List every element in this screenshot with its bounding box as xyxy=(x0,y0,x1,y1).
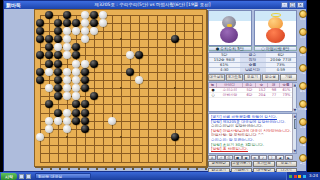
option-button[interactable]: 계가요청 xyxy=(226,74,243,81)
white-stone[interactable] xyxy=(108,117,116,125)
black-stone[interactable] xyxy=(171,35,179,43)
black-stat-value: 4:30 xyxy=(209,68,240,72)
side-toolbar-item[interactable]: 아이템 xyxy=(298,100,307,111)
side-toolbar-label: 도움 xyxy=(300,144,306,147)
stat-label: 승률 xyxy=(240,63,266,67)
list-cell: 98 xyxy=(268,88,280,92)
grid-line xyxy=(139,15,140,162)
black-stone[interactable] xyxy=(171,133,179,141)
side-toolbar-item[interactable]: 종료 xyxy=(299,154,307,165)
side-toolbar-label: 대국 xyxy=(300,36,306,39)
action-button[interactable]: 계가요청 xyxy=(253,161,275,167)
grid-line xyxy=(130,15,131,162)
black-stone[interactable] xyxy=(63,19,71,27)
star-point xyxy=(174,87,176,89)
action-button[interactable]: 수넣어보기 xyxy=(231,161,253,167)
window-titlebar[interactable]: 新바둑 제3205호 : 수리수리(5단) vs 마법사랑(6단) [19줄 호… xyxy=(4,1,306,9)
black-stone[interactable] xyxy=(36,68,44,76)
tray-icon-green[interactable] xyxy=(289,175,292,178)
list-cell: ● xyxy=(209,88,217,92)
baduk-client-window: 新바둑 제3205호 : 수리수리(5단) vs 마법사랑(6단) [19줄 호… xyxy=(3,0,307,172)
side-toolbar-label: 관전 xyxy=(300,54,306,57)
action-button[interactable]: 무르기 xyxy=(276,161,298,167)
white-stone[interactable] xyxy=(45,117,53,125)
black-stone[interactable] xyxy=(45,100,53,108)
chat-tool-icon[interactable]: ◀ xyxy=(276,155,284,160)
black-stone[interactable] xyxy=(54,92,62,100)
round-menu-icon[interactable] xyxy=(299,64,307,72)
white-stone[interactable] xyxy=(99,19,107,27)
round-menu-icon[interactable] xyxy=(299,154,307,162)
stat-label: 급수 xyxy=(240,53,266,57)
star-point xyxy=(120,38,122,40)
black-stone[interactable] xyxy=(45,35,53,43)
white-stone[interactable] xyxy=(36,133,44,141)
player-stats-table: 5단급수6단152승 98패전적204승 77패61%승률73%4:30남은시간… xyxy=(208,52,297,73)
side-toolbar-item[interactable]: 도움 xyxy=(299,136,307,147)
white-player-name: ○ 마법사랑 6단 xyxy=(254,46,298,51)
white-stone[interactable] xyxy=(45,84,53,92)
player-list-row[interactable]: ○마법사랑6단2047773% xyxy=(209,93,296,98)
windows-taskbar: 시작 新바둑 대국실 3:24 xyxy=(0,172,320,180)
black-stat-value: 61% xyxy=(209,63,240,67)
list-cell: 204 xyxy=(256,93,268,97)
stat-label: 전적 xyxy=(240,58,266,62)
white-stone[interactable] xyxy=(72,60,80,68)
chat-tool-icon[interactable]: ▣ xyxy=(242,155,250,160)
chat-tool-icon[interactable]: ▶ xyxy=(285,155,293,160)
black-stone[interactable] xyxy=(81,125,89,133)
black-stone[interactable] xyxy=(72,100,80,108)
side-toolbar-label: 기보 xyxy=(300,72,306,75)
taskbar-clock: 3:24 xyxy=(309,172,318,180)
side-toolbar-label: 설정 xyxy=(300,126,306,129)
white-stone[interactable] xyxy=(63,27,71,35)
black-stone[interactable] xyxy=(54,84,62,92)
black-stone[interactable] xyxy=(54,60,62,68)
chat-scrollbar[interactable]: ▲ ▼ xyxy=(292,114,296,153)
black-stone[interactable] xyxy=(54,68,62,76)
white-stat-value: 204승 77패 xyxy=(266,58,297,62)
quicklaunch-icon[interactable] xyxy=(19,174,24,179)
chat-message: [알림] 흑 차례입니다. xyxy=(211,147,291,152)
round-menu-icon[interactable] xyxy=(299,100,307,108)
black-player-name: ● 수리수리 5단 xyxy=(208,46,252,51)
grid-line xyxy=(166,15,167,162)
stat-label: 남은시간 xyxy=(240,68,266,72)
stat-row: 4:30남은시간4:59 xyxy=(209,68,296,73)
side-toolbar-label: 전체 xyxy=(300,18,306,21)
black-stone[interactable] xyxy=(54,51,62,59)
chat-tool-icon[interactable]: 가 xyxy=(217,155,225,160)
side-toolbar-label: 랭킹 xyxy=(300,90,306,93)
black-stone-icon: ● xyxy=(216,47,220,51)
white-stone[interactable] xyxy=(45,68,53,76)
side-toolbar-item[interactable]: 전체 xyxy=(299,10,307,21)
list-cell: 152 xyxy=(256,88,268,92)
white-avatar-character-body xyxy=(266,28,285,43)
black-stone[interactable] xyxy=(36,76,44,84)
white-stone[interactable] xyxy=(54,117,62,125)
black-stone[interactable] xyxy=(54,35,62,43)
white-stone[interactable] xyxy=(72,92,80,100)
chat-tool-icon[interactable]: ♪ xyxy=(259,155,267,160)
black-player-avatar xyxy=(208,10,252,46)
star-point xyxy=(120,136,122,138)
grid-line xyxy=(40,162,202,163)
round-menu-icon[interactable] xyxy=(299,136,307,144)
white-stone[interactable] xyxy=(81,11,89,19)
side-toolbar-item[interactable]: 기보 xyxy=(299,64,307,75)
black-stone[interactable] xyxy=(72,109,80,117)
black-stone[interactable] xyxy=(54,19,62,27)
grid-line xyxy=(157,15,158,162)
tray-icon-blue[interactable] xyxy=(303,175,306,178)
game-option-buttons: 대국설정계가요청무르기한수쉼기권 xyxy=(208,74,297,81)
chat-tool-icon[interactable]: ■ xyxy=(234,155,242,160)
white-stone[interactable] xyxy=(63,125,71,133)
white-stat-value: 6단 xyxy=(266,53,297,57)
black-stone[interactable] xyxy=(90,11,98,19)
white-stat-value: 73% xyxy=(266,63,297,67)
white-stone[interactable] xyxy=(63,84,71,92)
system-tray: 3:24 xyxy=(286,172,320,180)
white-stone[interactable] xyxy=(63,68,71,76)
list-cell: 5단 xyxy=(243,88,256,92)
desktop-screen: 新바둑 제3205호 : 수리수리(5단) vs 마법사랑(6단) [19줄 호… xyxy=(0,0,320,180)
black-stone[interactable] xyxy=(54,109,62,117)
list-cell: ○ xyxy=(209,93,217,97)
player-list-table: 돌아이디급수승패승률 ●수리수리5단1529861%○마법사랑6단2047773… xyxy=(208,82,297,112)
black-stone[interactable] xyxy=(45,60,53,68)
black-stone[interactable] xyxy=(90,60,98,68)
white-stone[interactable] xyxy=(63,35,71,43)
black-stone[interactable] xyxy=(90,92,98,100)
chat-lines: [공지] 바른 바둑문화를 만들어 갑시다.[알림] 제3205호 대국실에 입… xyxy=(211,115,291,152)
action-button[interactable]: 형세판단 xyxy=(208,161,230,167)
white-stone[interactable] xyxy=(81,60,89,68)
side-icon-toolbar: 전체대국관전기보랭킹아이템설정도움종료 xyxy=(297,10,308,165)
white-stone[interactable] xyxy=(90,27,98,35)
black-avatar-character-body xyxy=(220,27,238,43)
list-header-cell: 승 xyxy=(256,83,268,87)
list-cell: 77 xyxy=(268,93,280,97)
maximize-button[interactable]: □ xyxy=(289,2,296,8)
black-stone[interactable] xyxy=(81,68,89,76)
black-stone[interactable] xyxy=(54,76,62,84)
white-stone[interactable] xyxy=(72,84,80,92)
option-button[interactable]: 기권 xyxy=(280,74,297,81)
white-stone[interactable] xyxy=(63,76,71,84)
grid-line xyxy=(202,15,203,162)
round-menu-icon[interactable] xyxy=(299,10,307,18)
white-stone[interactable] xyxy=(63,51,71,59)
chat-tool-icon[interactable]: ? xyxy=(268,155,276,160)
white-stone[interactable] xyxy=(81,19,89,27)
black-stone[interactable] xyxy=(72,19,80,27)
round-menu-icon[interactable] xyxy=(299,46,307,54)
side-toolbar-item[interactable]: 랭킹 xyxy=(299,82,307,93)
black-stone[interactable] xyxy=(81,100,89,108)
white-stone[interactable] xyxy=(72,27,80,35)
player-avatars xyxy=(208,10,297,46)
white-player-avatar xyxy=(254,10,298,46)
chat-format-toolbar: A가☺■▣✉♪?◀▶ xyxy=(208,155,297,160)
taskbar-task-button[interactable]: 新바둑 대국실 xyxy=(35,173,91,179)
grid-line xyxy=(40,145,202,146)
black-stone[interactable] xyxy=(54,27,62,35)
star-point xyxy=(66,136,68,138)
black-stone[interactable] xyxy=(126,68,134,76)
black-stone[interactable] xyxy=(72,117,80,125)
list-cell: 수리수리 xyxy=(217,88,243,92)
black-stone[interactable] xyxy=(36,19,44,27)
grid-line xyxy=(184,15,185,162)
grid-line xyxy=(40,153,202,154)
side-toolbar-item[interactable]: 관전 xyxy=(299,46,307,57)
black-stone[interactable] xyxy=(72,51,80,59)
quicklaunch-icon[interactable] xyxy=(26,174,31,179)
black-stone[interactable] xyxy=(45,43,53,51)
white-stone[interactable] xyxy=(63,92,71,100)
white-stone[interactable] xyxy=(63,43,71,51)
chat-tool-icon[interactable]: ☺ xyxy=(225,155,233,160)
black-stone[interactable] xyxy=(90,19,98,27)
chat-tool-icon[interactable]: ✉ xyxy=(251,155,259,160)
black-stone[interactable] xyxy=(45,11,53,19)
chat-message-area[interactable]: [공지] 바른 바둑문화를 만들어 갑시다.[알림] 제3205호 대국실에 입… xyxy=(208,113,297,154)
black-stone[interactable] xyxy=(63,11,71,19)
go-board[interactable] xyxy=(34,9,207,167)
board-coordinate-ticks xyxy=(34,168,207,170)
white-stone[interactable] xyxy=(135,76,143,84)
app-title: 新바둑 xyxy=(6,1,21,9)
list-header-cell: 아이디 xyxy=(217,83,243,87)
option-button[interactable]: 무르기 xyxy=(244,74,261,81)
white-stone[interactable] xyxy=(72,76,80,84)
round-menu-icon[interactable] xyxy=(299,118,307,126)
black-stone[interactable] xyxy=(135,51,143,59)
side-toolbar-label: 아이템 xyxy=(298,108,307,111)
black-avatar-character-beak xyxy=(227,24,232,27)
white-stone[interactable] xyxy=(54,43,62,51)
game-side-panel: ● 수리수리 5단 ○ 마법사랑 6단 5단급수6단152승 98패전적204승… xyxy=(208,10,297,171)
white-stat-value: 4:59 xyxy=(266,68,297,72)
black-stone[interactable] xyxy=(81,117,89,125)
option-button[interactable]: 대국설정 xyxy=(208,74,225,81)
round-menu-icon[interactable] xyxy=(299,28,307,36)
white-stone[interactable] xyxy=(63,109,71,117)
option-button[interactable]: 한수쉼 xyxy=(262,74,279,81)
list-cell: 마법사랑 xyxy=(217,93,243,97)
side-toolbar-label: 종료 xyxy=(300,162,306,165)
round-menu-icon[interactable] xyxy=(299,82,307,90)
list-scrollbar[interactable]: ▲ ▼ xyxy=(292,83,296,112)
black-stone[interactable] xyxy=(36,27,44,35)
black-stat-value: 5단 xyxy=(209,53,240,57)
white-stone[interactable] xyxy=(45,125,53,133)
side-toolbar-item[interactable]: 대국 xyxy=(299,28,307,39)
grid-line xyxy=(148,15,149,162)
tray-icon-red[interactable] xyxy=(294,175,297,178)
white-stone-icon: ○ xyxy=(261,47,265,51)
list-header-cell: 패 xyxy=(268,83,280,87)
black-stone[interactable] xyxy=(36,35,44,43)
list-cell: 6단 xyxy=(243,93,256,97)
black-stone[interactable] xyxy=(45,51,53,59)
white-stone[interactable] xyxy=(99,11,107,19)
list-header-cell: 돌 xyxy=(209,83,217,87)
grid-line xyxy=(193,15,194,162)
black-stone[interactable] xyxy=(81,109,89,117)
black-stone[interactable] xyxy=(72,43,80,51)
black-stat-value: 152승 98패 xyxy=(209,58,240,62)
black-stone[interactable] xyxy=(81,76,89,84)
tray-icon-yellow[interactable] xyxy=(298,175,301,178)
grid-line xyxy=(40,104,202,105)
player-name-bars: ● 수리수리 5단 ○ 마법사랑 6단 xyxy=(208,46,297,51)
start-button[interactable]: 시작 xyxy=(1,173,17,180)
side-toolbar-item[interactable]: 설정 xyxy=(299,118,307,129)
white-stone[interactable] xyxy=(81,35,89,43)
list-header-cell: 급수 xyxy=(243,83,256,87)
white-stone[interactable] xyxy=(63,117,71,125)
star-point xyxy=(120,87,122,89)
player-list-body: ●수리수리5단1529861%○마법사랑6단2047773% xyxy=(209,88,296,98)
black-stone[interactable] xyxy=(81,84,89,92)
white-stone[interactable] xyxy=(126,51,134,59)
black-stone[interactable] xyxy=(36,51,44,59)
close-button[interactable]: × xyxy=(297,2,304,8)
room-title: 제3205호 : 수리수리(5단) vs 마법사랑(6단) [19줄 호선] xyxy=(25,1,280,9)
minimize-button[interactable]: – xyxy=(281,2,288,8)
white-stone[interactable] xyxy=(81,27,89,35)
chat-tool-icon[interactable]: A xyxy=(208,155,216,160)
white-stone[interactable] xyxy=(72,68,80,76)
